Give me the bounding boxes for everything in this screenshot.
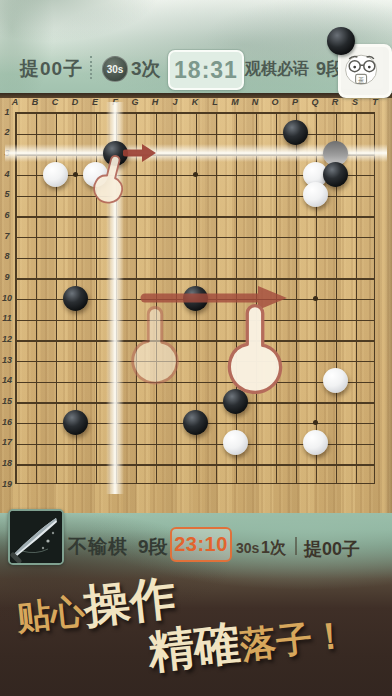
byoyomi-badge: 30s bbox=[102, 56, 128, 82]
bottom-player-rank: 9段 bbox=[138, 534, 168, 560]
coord-label-row: 2 bbox=[1, 127, 13, 138]
star-point bbox=[313, 420, 318, 425]
top-timer: 18:31 bbox=[168, 50, 244, 90]
promo-line1-main: 操作 bbox=[81, 570, 178, 633]
bottom-timer: 23:10 bbox=[170, 527, 232, 562]
svg-text:茶: 茶 bbox=[358, 77, 364, 83]
coord-label-col: J bbox=[168, 97, 182, 108]
coord-label-row: 6 bbox=[1, 210, 13, 221]
coord-label-col: S bbox=[348, 97, 362, 108]
top-timer-value: 18:31 bbox=[174, 57, 238, 84]
coord-label-col: K bbox=[188, 97, 202, 108]
bottom-area: 不输棋 9段 23:10 30s 1次 提00子 贴心操作 精確落子！ bbox=[0, 513, 392, 696]
coord-label-row: 11 bbox=[1, 313, 13, 324]
coord-label-row: 5 bbox=[1, 189, 13, 200]
stone-black-D10 bbox=[63, 286, 88, 311]
coord-label-col: C bbox=[48, 97, 62, 108]
star-point bbox=[73, 172, 78, 177]
coord-label-col: H bbox=[148, 97, 162, 108]
bottom-periods: 1次 bbox=[261, 538, 286, 559]
divider bbox=[295, 537, 297, 555]
promo-text-line2: 精確落子！ bbox=[145, 601, 350, 684]
coord-label-row: 9 bbox=[1, 272, 13, 283]
coord-label-row: 14 bbox=[1, 375, 13, 386]
stone-white-Q5 bbox=[303, 182, 328, 207]
bottom-capture-count: 提00子 bbox=[304, 537, 360, 561]
black-stone-decor-icon bbox=[327, 27, 355, 55]
star-point bbox=[313, 296, 318, 301]
coord-label-row: 12 bbox=[1, 334, 13, 345]
coord-label-col: R bbox=[328, 97, 342, 108]
coord-label-row: 1 bbox=[1, 107, 13, 118]
coord-label-row: 8 bbox=[1, 251, 13, 262]
go-board[interactable]: ABCDEFGHJKLMNOPQRST123456789101112131415… bbox=[0, 93, 392, 513]
coord-label-col: B bbox=[28, 97, 42, 108]
stone-white-R14 bbox=[323, 368, 348, 393]
coord-label-col: M bbox=[228, 97, 242, 108]
app-screen: 提00子 30s 3次 18:31 观棋必语 9段 茶 bbox=[0, 0, 392, 696]
divider bbox=[90, 56, 92, 79]
coord-label-row: 15 bbox=[1, 396, 13, 407]
coord-label-col: D bbox=[68, 97, 82, 108]
stone-white-M17 bbox=[223, 430, 248, 455]
stone-white-Q17 bbox=[303, 430, 328, 455]
coord-label-col: G bbox=[128, 97, 142, 108]
promo-text-line1: 贴心操作 bbox=[13, 567, 179, 645]
stone-black-K16 bbox=[183, 410, 208, 435]
coord-label-row: 19 bbox=[1, 479, 13, 490]
promo-line2-main: 精確 bbox=[146, 615, 243, 678]
top-player-name: 观棋必语 bbox=[245, 59, 309, 80]
top-capture-count: 提00子 bbox=[20, 56, 83, 82]
coord-label-row: 7 bbox=[1, 231, 13, 242]
bottom-player-name: 不输棋 bbox=[68, 534, 128, 560]
coord-label-row: 13 bbox=[1, 355, 13, 366]
coord-label-row: 18 bbox=[1, 458, 13, 469]
stone-black-D16 bbox=[63, 410, 88, 435]
coord-label-col: E bbox=[88, 97, 102, 108]
bottom-byoyomi: 30s bbox=[236, 540, 259, 556]
stone-black-R4 bbox=[323, 162, 348, 187]
coord-label-col: L bbox=[208, 97, 222, 108]
stone-white-C4 bbox=[43, 162, 68, 187]
bottom-player-avatar[interactable] bbox=[8, 509, 64, 565]
coord-label-row: 4 bbox=[1, 169, 13, 180]
coord-label-row: 16 bbox=[1, 417, 13, 428]
coord-label-row: 10 bbox=[1, 293, 13, 304]
coord-label-col: P bbox=[288, 97, 302, 108]
coord-label-col: N bbox=[248, 97, 262, 108]
promo-line2-accent: 落子！ bbox=[238, 613, 350, 666]
star-point bbox=[193, 172, 198, 177]
coord-label-col: O bbox=[268, 97, 282, 108]
top-periods: 3次 bbox=[131, 56, 161, 82]
coord-label-col: T bbox=[368, 97, 382, 108]
promo-line1-accent: 贴心 bbox=[15, 590, 87, 637]
coord-label-row: 17 bbox=[1, 437, 13, 448]
sword-icon bbox=[10, 511, 62, 563]
top-player-bar: 提00子 30s 3次 18:31 观棋必语 9段 茶 bbox=[0, 0, 392, 93]
coord-label-col: Q bbox=[308, 97, 322, 108]
stone-black-P2 bbox=[283, 120, 308, 145]
slide-hand-end-icon bbox=[224, 293, 286, 409]
bottom-timer-value: 23:10 bbox=[174, 533, 228, 556]
